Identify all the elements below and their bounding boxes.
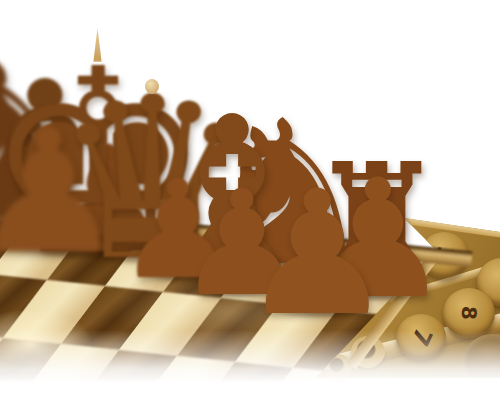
photo: 3 8 7 ♞ ♝ ♚ ♛ ♝ ♞ ♜ ♟ ♟ ♟ ♟ ♟ ♟ xyxy=(0,0,500,400)
pawn-piece[interactable]: ♟ xyxy=(240,168,394,314)
medallion-numeral: 8 xyxy=(457,306,481,321)
carved-disc-partial xyxy=(464,334,500,386)
pawn-glyph: ♟ xyxy=(240,168,394,340)
